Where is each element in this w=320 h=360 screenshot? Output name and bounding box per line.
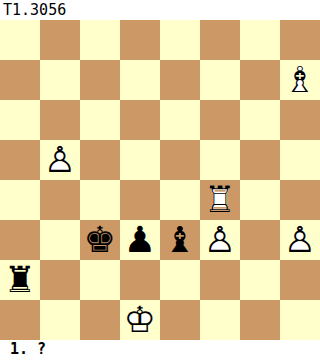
- black-pawn-piece[interactable]: ♟: [120, 220, 160, 260]
- square-h7[interactable]: ♝♗: [280, 60, 320, 100]
- square-b1[interactable]: [40, 300, 80, 340]
- square-d6[interactable]: [120, 100, 160, 140]
- square-h3[interactable]: ♟♙: [280, 220, 320, 260]
- square-a8[interactable]: [0, 20, 40, 60]
- black-king-piece[interactable]: ♚: [80, 220, 120, 260]
- square-a3[interactable]: [0, 220, 40, 260]
- square-a5[interactable]: [0, 140, 40, 180]
- square-e5[interactable]: [160, 140, 200, 180]
- square-h4[interactable]: [280, 180, 320, 220]
- white-king-piece[interactable]: ♚♔: [120, 300, 160, 340]
- white-pawn-piece[interactable]: ♟♙: [200, 220, 240, 260]
- square-e1[interactable]: [160, 300, 200, 340]
- square-g7[interactable]: [240, 60, 280, 100]
- piece-outline: ♗: [280, 60, 320, 100]
- piece-outline: ♔: [120, 300, 160, 340]
- piece-outline: ♙: [280, 220, 320, 260]
- square-h6[interactable]: [280, 100, 320, 140]
- square-h1[interactable]: [280, 300, 320, 340]
- square-e8[interactable]: [160, 20, 200, 60]
- piece-outline: ♙: [40, 140, 80, 180]
- square-f4[interactable]: ♜♖: [200, 180, 240, 220]
- square-c7[interactable]: [80, 60, 120, 100]
- square-b2[interactable]: [40, 260, 80, 300]
- square-g6[interactable]: [240, 100, 280, 140]
- square-e6[interactable]: [160, 100, 200, 140]
- piece-glyph: ♟: [120, 220, 160, 260]
- square-d4[interactable]: [120, 180, 160, 220]
- square-d5[interactable]: [120, 140, 160, 180]
- square-c2[interactable]: [80, 260, 120, 300]
- square-g5[interactable]: [240, 140, 280, 180]
- square-a4[interactable]: [0, 180, 40, 220]
- black-bishop-piece[interactable]: ♝: [160, 220, 200, 260]
- square-e4[interactable]: [160, 180, 200, 220]
- square-c3[interactable]: ♚: [80, 220, 120, 260]
- square-c5[interactable]: [80, 140, 120, 180]
- piece-outline: ♙: [200, 220, 240, 260]
- square-h8[interactable]: [280, 20, 320, 60]
- square-h5[interactable]: [280, 140, 320, 180]
- square-a6[interactable]: [0, 100, 40, 140]
- square-b8[interactable]: [40, 20, 80, 60]
- square-a7[interactable]: [0, 60, 40, 100]
- square-g2[interactable]: [240, 260, 280, 300]
- piece-glyph: ♜: [0, 260, 40, 300]
- square-f2[interactable]: [200, 260, 240, 300]
- white-bishop-piece[interactable]: ♝♗: [280, 60, 320, 100]
- square-e2[interactable]: [160, 260, 200, 300]
- black-rook-piece[interactable]: ♜: [0, 260, 40, 300]
- square-b7[interactable]: [40, 60, 80, 100]
- square-f8[interactable]: [200, 20, 240, 60]
- puzzle-id: T1.3056: [0, 0, 320, 20]
- square-g3[interactable]: [240, 220, 280, 260]
- square-d7[interactable]: [120, 60, 160, 100]
- piece-outline: ♖: [200, 180, 240, 220]
- square-f5[interactable]: [200, 140, 240, 180]
- chess-diagram: T1.3056 ♝♗♟♙♜♖♚♟♝♟♙♟♙♜♚♔ 1. ?: [0, 0, 320, 360]
- square-g8[interactable]: [240, 20, 280, 60]
- square-f1[interactable]: [200, 300, 240, 340]
- square-d8[interactable]: [120, 20, 160, 60]
- square-g1[interactable]: [240, 300, 280, 340]
- square-f6[interactable]: [200, 100, 240, 140]
- square-b5[interactable]: ♟♙: [40, 140, 80, 180]
- square-f7[interactable]: [200, 60, 240, 100]
- square-h2[interactable]: [280, 260, 320, 300]
- square-a2[interactable]: ♜: [0, 260, 40, 300]
- piece-glyph: ♚: [80, 220, 120, 260]
- square-e7[interactable]: [160, 60, 200, 100]
- move-prompt: 1. ?: [0, 340, 320, 360]
- square-d1[interactable]: ♚♔: [120, 300, 160, 340]
- square-d3[interactable]: ♟: [120, 220, 160, 260]
- square-d2[interactable]: [120, 260, 160, 300]
- square-f3[interactable]: ♟♙: [200, 220, 240, 260]
- piece-glyph: ♝: [160, 220, 200, 260]
- square-c6[interactable]: [80, 100, 120, 140]
- square-b4[interactable]: [40, 180, 80, 220]
- square-a1[interactable]: [0, 300, 40, 340]
- square-e3[interactable]: ♝: [160, 220, 200, 260]
- square-b3[interactable]: [40, 220, 80, 260]
- white-pawn-piece[interactable]: ♟♙: [40, 140, 80, 180]
- square-b6[interactable]: [40, 100, 80, 140]
- square-c1[interactable]: [80, 300, 120, 340]
- white-pawn-piece[interactable]: ♟♙: [280, 220, 320, 260]
- square-g4[interactable]: [240, 180, 280, 220]
- square-c8[interactable]: [80, 20, 120, 60]
- white-rook-piece[interactable]: ♜♖: [200, 180, 240, 220]
- chess-board: ♝♗♟♙♜♖♚♟♝♟♙♟♙♜♚♔: [0, 20, 320, 340]
- square-c4[interactable]: [80, 180, 120, 220]
